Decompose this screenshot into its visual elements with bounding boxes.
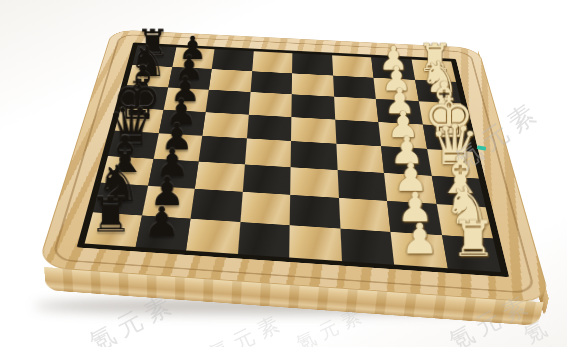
square-f6[interactable]	[206, 90, 250, 115]
square-a1[interactable]: ♜	[441, 235, 500, 272]
square-b5[interactable]	[240, 192, 290, 225]
square-a2[interactable]: ♟	[390, 232, 447, 269]
chess-board: ♜♟♟♜♞♟♟♞♝♟♟♝♚♟♟♚♛♟♟♛♝♟♟♝♞♟♟♞♜♟♟♜	[37, 29, 552, 303]
piece-white-rook[interactable]: ♜	[451, 215, 495, 264]
piece-black-rook[interactable]: ♜	[90, 192, 133, 240]
square-g6[interactable]	[209, 69, 252, 92]
square-e3[interactable]	[335, 119, 381, 146]
square-a7[interactable]: ♟	[135, 215, 190, 250]
square-e6[interactable]	[202, 112, 248, 138]
square-b4[interactable]	[290, 195, 340, 228]
square-c5[interactable]	[242, 164, 290, 195]
square-d5[interactable]	[244, 138, 291, 167]
square-f3[interactable]	[334, 97, 379, 122]
square-a6[interactable]	[186, 218, 240, 254]
square-f5[interactable]	[248, 92, 291, 117]
square-c3[interactable]	[337, 170, 387, 201]
square-f4[interactable]	[291, 94, 334, 119]
square-e5[interactable]	[246, 114, 291, 141]
square-a4[interactable]	[289, 225, 341, 261]
product-photo: ♜♟♟♜♞♟♟♞♝♟♟♝♚♟♟♚♛♟♟♛♝♟♟♝♞♟♟♞♜♟♟♜ 氪元素 氪元素…	[0, 0, 567, 347]
board-scene: ♜♟♟♜♞♟♟♞♝♟♟♝♚♟♟♚♛♟♟♛♝♟♟♝♞♟♟♞♜♟♟♜	[0, 0, 567, 347]
square-b6[interactable]	[191, 189, 243, 222]
square-d3[interactable]	[336, 144, 384, 173]
board-front-edge	[44, 267, 544, 326]
square-b3[interactable]	[338, 198, 390, 232]
square-c6[interactable]	[195, 161, 245, 191]
square-h4[interactable]	[292, 53, 333, 75]
square-h5[interactable]	[252, 51, 293, 73]
board-grid: ♜♟♟♜♞♟♟♞♝♟♟♝♚♟♟♚♛♟♟♛♝♟♟♝♞♟♟♞♜♟♟♜	[85, 45, 501, 272]
square-h6[interactable]	[212, 49, 254, 71]
square-a8[interactable]: ♜	[85, 212, 142, 247]
square-g5[interactable]	[250, 71, 292, 94]
square-e4[interactable]	[291, 117, 336, 144]
square-a3[interactable]	[340, 228, 394, 264]
piece-white-pawn[interactable]: ♟	[401, 218, 439, 260]
square-g3[interactable]	[333, 75, 376, 99]
piece-black-pawn[interactable]: ♟	[143, 202, 180, 243]
square-c4[interactable]	[290, 167, 338, 198]
square-h3[interactable]	[332, 55, 374, 77]
square-d4[interactable]	[291, 141, 338, 170]
square-g4[interactable]	[292, 73, 334, 96]
square-a5[interactable]	[237, 222, 289, 258]
